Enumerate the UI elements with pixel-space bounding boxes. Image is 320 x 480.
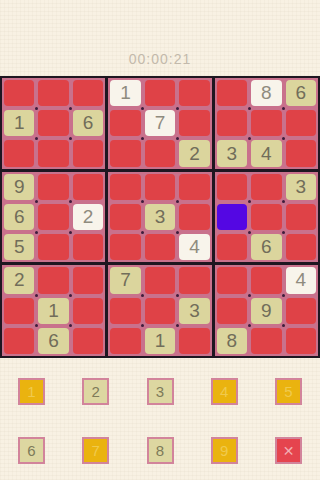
block-5: 34 [108, 172, 211, 263]
block-2: 172 [108, 78, 211, 169]
cell-r3c1[interactable] [4, 140, 34, 166]
cell-r3c6[interactable]: 2 [179, 140, 209, 166]
cell-r3c8[interactable]: 4 [251, 140, 281, 166]
cell-r7c1[interactable]: 2 [4, 267, 34, 293]
cell-r7c4[interactable]: 7 [110, 267, 140, 293]
cell-r1c3[interactable] [73, 80, 103, 106]
numpad-8-button[interactable]: 8 [147, 437, 174, 464]
numpad-6-button[interactable]: 6 [18, 437, 45, 464]
cell-r6c3[interactable] [73, 234, 103, 260]
cell-r6c5[interactable] [145, 234, 175, 260]
cell-r1c1[interactable] [4, 80, 34, 106]
cell-r4c5[interactable] [145, 174, 175, 200]
cell-r6c1[interactable]: 5 [4, 234, 34, 260]
cell-r2c8[interactable] [251, 110, 281, 136]
block-7: 216 [2, 265, 105, 356]
number-pad: 12345 6789✕ [0, 378, 320, 464]
cell-r9c5[interactable]: 1 [145, 328, 175, 354]
cell-r1c8[interactable]: 8 [251, 80, 281, 106]
number-pad-row-1: 12345 [0, 378, 320, 405]
cell-r8c9[interactable] [286, 298, 316, 324]
cell-r4c7[interactable] [217, 174, 247, 200]
cell-r7c8[interactable] [251, 267, 281, 293]
cell-r7c2[interactable] [38, 267, 68, 293]
cell-r5c5[interactable]: 3 [145, 204, 175, 230]
cell-r3c3[interactable] [73, 140, 103, 166]
cell-r6c4[interactable] [110, 234, 140, 260]
cell-r8c4[interactable] [110, 298, 140, 324]
cell-r9c9[interactable] [286, 328, 316, 354]
cell-r8c6[interactable]: 3 [179, 298, 209, 324]
block-1: 16 [2, 78, 105, 169]
cell-r7c5[interactable] [145, 267, 175, 293]
cell-r9c7[interactable]: 8 [217, 328, 247, 354]
number-pad-row-2: 6789✕ [0, 437, 320, 464]
cell-r6c8[interactable]: 6 [251, 234, 281, 260]
cell-r2c7[interactable] [217, 110, 247, 136]
cell-r8c1[interactable] [4, 298, 34, 324]
cell-r6c7[interactable] [217, 234, 247, 260]
cell-r6c6[interactable]: 4 [179, 234, 209, 260]
cell-r8c3[interactable] [73, 298, 103, 324]
block-3: 8634 [215, 78, 318, 169]
cell-r2c5[interactable]: 7 [145, 110, 175, 136]
cell-r5c6[interactable] [179, 204, 209, 230]
cell-r7c3[interactable] [73, 267, 103, 293]
sudoku-board: 16172863496253436216731498 [0, 76, 320, 358]
cell-r5c9[interactable] [286, 204, 316, 230]
cell-r1c4[interactable]: 1 [110, 80, 140, 106]
cell-r1c7[interactable] [217, 80, 247, 106]
cell-r8c5[interactable] [145, 298, 175, 324]
numpad-7-button[interactable]: 7 [82, 437, 109, 464]
game-timer: 00:00:21 [0, 51, 320, 67]
cell-r8c2[interactable]: 1 [38, 298, 68, 324]
cell-r3c2[interactable] [38, 140, 68, 166]
cell-r4c6[interactable] [179, 174, 209, 200]
cell-r3c7[interactable]: 3 [217, 140, 247, 166]
cell-r6c9[interactable] [286, 234, 316, 260]
numpad-9-button[interactable]: 9 [211, 437, 238, 464]
cell-r5c3[interactable]: 2 [73, 204, 103, 230]
numpad-1-button[interactable]: 1 [18, 378, 45, 405]
numpad-delete-button[interactable]: ✕ [275, 437, 302, 464]
cell-r4c8[interactable] [251, 174, 281, 200]
cell-r8c8[interactable]: 9 [251, 298, 281, 324]
cell-r4c9[interactable]: 3 [286, 174, 316, 200]
cell-r6c2[interactable] [38, 234, 68, 260]
cell-r2c1[interactable]: 1 [4, 110, 34, 136]
numpad-3-button[interactable]: 3 [147, 378, 174, 405]
cell-r2c6[interactable] [179, 110, 209, 136]
cell-r1c6[interactable] [179, 80, 209, 106]
cell-r3c4[interactable] [110, 140, 140, 166]
cell-r9c2[interactable]: 6 [38, 328, 68, 354]
cell-r1c2[interactable] [38, 80, 68, 106]
cell-r2c4[interactable] [110, 110, 140, 136]
cell-r9c8[interactable] [251, 328, 281, 354]
cell-r4c4[interactable] [110, 174, 140, 200]
cell-r7c9[interactable]: 4 [286, 267, 316, 293]
block-8: 731 [108, 265, 211, 356]
cell-r7c7[interactable] [217, 267, 247, 293]
numpad-4-button[interactable]: 4 [211, 378, 238, 405]
cell-r3c5[interactable] [145, 140, 175, 166]
block-6: 36 [215, 172, 318, 263]
cell-r5c2[interactable] [38, 204, 68, 230]
cell-r5c4[interactable] [110, 204, 140, 230]
numpad-5-button[interactable]: 5 [275, 378, 302, 405]
cell-r4c3[interactable] [73, 174, 103, 200]
cell-r1c5[interactable] [145, 80, 175, 106]
numpad-2-button[interactable]: 2 [82, 378, 109, 405]
cell-r8c7[interactable] [217, 298, 247, 324]
cell-r7c6[interactable] [179, 267, 209, 293]
cell-r4c1[interactable]: 9 [4, 174, 34, 200]
cell-r2c9[interactable] [286, 110, 316, 136]
cell-r4c2[interactable] [38, 174, 68, 200]
cell-r1c9[interactable]: 6 [286, 80, 316, 106]
cell-r5c1[interactable]: 6 [4, 204, 34, 230]
cell-r9c6[interactable] [179, 328, 209, 354]
cell-r2c3[interactable]: 6 [73, 110, 103, 136]
block-4: 9625 [2, 172, 105, 263]
block-9: 498 [215, 265, 318, 356]
cell-r9c1[interactable] [4, 328, 34, 354]
cell-r5c7[interactable] [217, 204, 247, 230]
cell-r3c9[interactable] [286, 140, 316, 166]
cell-r9c3[interactable] [73, 328, 103, 354]
cell-r2c2[interactable] [38, 110, 68, 136]
cell-r5c8[interactable] [251, 204, 281, 230]
cell-r9c4[interactable] [110, 328, 140, 354]
